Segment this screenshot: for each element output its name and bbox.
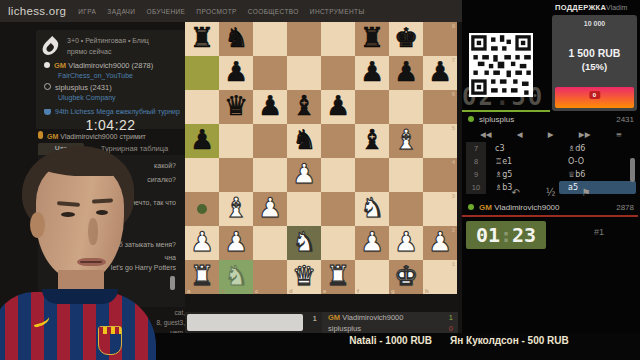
- square-d3[interactable]: [287, 192, 321, 226]
- square-h2[interactable]: ♟2: [423, 226, 457, 260]
- square-g1[interactable]: ♚g: [389, 260, 423, 294]
- square-g2[interactable]: ♟: [389, 226, 423, 260]
- crosstable-score: 1: [449, 312, 453, 323]
- black-pawn[interactable]: ♟: [253, 89, 287, 123]
- move-black[interactable]: ♕b6: [559, 168, 636, 181]
- square-g7[interactable]: ♟: [389, 56, 423, 90]
- square-e1[interactable]: ♜e: [321, 260, 355, 294]
- coord-rank: 7: [452, 57, 455, 63]
- nav-item-3[interactable]: ПРОСМОТР: [196, 8, 237, 15]
- chat-input[interactable]: [187, 314, 303, 331]
- coord-file: c: [255, 288, 258, 294]
- square-f5[interactable]: ♝: [355, 124, 389, 158]
- square-h5[interactable]: 5: [423, 124, 457, 158]
- square-b2[interactable]: ♟: [219, 226, 253, 260]
- white-pawn[interactable]: ♟: [389, 225, 423, 259]
- player-title: GM: [328, 313, 342, 322]
- white-player-row-right: GM Vladimirovich9000 2878: [462, 201, 638, 215]
- support-user: Vladim: [606, 4, 627, 11]
- support-title: ПОДДЕРЖКА: [555, 3, 606, 12]
- move-white[interactable]: ♖e1: [486, 155, 559, 168]
- black-pawn[interactable]: ♟: [355, 55, 389, 89]
- nav-item-5[interactable]: ИНСТРУМЕНТЫ: [310, 8, 365, 15]
- square-e2[interactable]: [321, 226, 355, 260]
- black-player-name[interactable]: siplusplus (2431): [55, 83, 112, 92]
- chat-message: какой?: [154, 162, 176, 169]
- square-d6[interactable]: ♝: [287, 90, 321, 124]
- move-black[interactable]: ♗d6: [559, 142, 636, 155]
- coord-rank: 8: [452, 23, 455, 29]
- tab-standings[interactable]: Турнирная таблица: [84, 143, 185, 155]
- black-pawn[interactable]: ♟: [321, 89, 355, 123]
- square-c3[interactable]: ♟: [253, 192, 287, 226]
- white-pawn[interactable]: ♟: [355, 225, 389, 259]
- white-rating: 2878: [616, 201, 634, 215]
- white-pawn[interactable]: ♟: [253, 191, 287, 225]
- online-dot: [468, 116, 474, 122]
- move-dest-dot[interactable]: [197, 204, 207, 214]
- square-f7[interactable]: ♟: [355, 56, 389, 90]
- movenav-last-icon[interactable]: ▶▶: [579, 128, 591, 141]
- square-f1[interactable]: f: [355, 260, 389, 294]
- black-pawn[interactable]: ♟: [389, 55, 423, 89]
- square-e3[interactable]: [321, 192, 355, 226]
- square-b8[interactable]: ♞: [219, 22, 253, 56]
- black-player-row: siplusplus (2431): [44, 83, 112, 92]
- black-king[interactable]: ♚: [389, 21, 423, 55]
- online-dot-white: [468, 204, 474, 210]
- white-player-name-right[interactable]: Vladimirovich9000: [494, 203, 559, 212]
- white-bishop[interactable]: ♝: [219, 191, 253, 225]
- coord-file: b: [221, 288, 225, 294]
- top-navbar: lichess.org ИГРАЗАДАЧИОБУЧЕНИЕПРОСМОТРСО…: [0, 0, 462, 22]
- game-actions: ↶½⚑: [466, 186, 636, 200]
- square-d1[interactable]: ♛d: [287, 260, 321, 294]
- stream-frame: lichess.org ИГРАЗАДАЧИОБУЧЕНИЕПРОСМОТРСО…: [0, 0, 640, 360]
- green-separator: [462, 110, 550, 112]
- square-f6[interactable]: [355, 90, 389, 124]
- support-widget: 10 000 1 500 RUB (15%) 0: [552, 15, 637, 111]
- square-g8[interactable]: ♚: [389, 22, 423, 56]
- square-h8[interactable]: 8: [423, 22, 457, 56]
- donation-entry: Natali - 1000 RUB: [349, 335, 432, 346]
- square-g3[interactable]: [389, 192, 423, 226]
- square-a6[interactable]: [185, 90, 219, 124]
- black-queen[interactable]: ♛: [219, 89, 253, 123]
- white-pawn[interactable]: ♟: [185, 225, 219, 259]
- time-control-label: 3+0 • Рейтинговая • Блиц: [67, 37, 149, 44]
- coord-rank: 4: [452, 159, 455, 165]
- crosstable-row: GM Vladimirovich90001: [322, 312, 458, 323]
- crosstable-player[interactable]: siplusplus: [328, 324, 361, 333]
- square-a5[interactable]: ♟: [185, 124, 219, 158]
- chat-message: какой чтоб затыкать меня?: [88, 241, 176, 248]
- square-a2[interactable]: ♟: [185, 226, 219, 260]
- white-player-link[interactable]: FairChess_on_YouTube: [58, 72, 133, 79]
- donations-bar: Natali - 1000 RUBЯн Куколдсон - 500 RUB: [276, 335, 640, 346]
- square-h1[interactable]: h1: [423, 260, 457, 294]
- mic-icon: [38, 131, 43, 139]
- square-a1[interactable]: ♜a: [185, 260, 219, 294]
- coord-file: h: [425, 288, 429, 294]
- nav-item-1[interactable]: ЗАДАЧИ: [107, 8, 135, 15]
- lichess-logo[interactable]: lichess.org: [8, 5, 66, 17]
- game-result: 1: [313, 314, 317, 323]
- black-player-row-right: siplusplus 2431: [462, 113, 638, 127]
- coord-rank: 6: [452, 91, 455, 97]
- square-c4[interactable]: [253, 158, 287, 192]
- chat-tabs: Чат Турнирная таблица: [38, 143, 185, 155]
- square-c5[interactable]: [253, 124, 287, 158]
- coord-file: g: [391, 288, 395, 294]
- move-black[interactable]: O-O: [559, 155, 636, 168]
- square-a3[interactable]: [185, 192, 219, 226]
- square-b3[interactable]: ♝: [219, 192, 253, 226]
- black-rook[interactable]: ♜: [185, 21, 219, 55]
- movenav-menu-icon[interactable]: ≡: [616, 128, 622, 141]
- support-percent: (15%): [552, 61, 637, 72]
- black-knight[interactable]: ♞: [287, 123, 321, 157]
- square-c1[interactable]: c: [253, 260, 287, 294]
- support-goal: 10 000: [552, 20, 637, 27]
- movenav-first-icon[interactable]: ◀◀: [480, 128, 492, 141]
- square-a7[interactable]: [185, 56, 219, 90]
- square-d7[interactable]: [287, 56, 321, 90]
- square-h6[interactable]: 6: [423, 90, 457, 124]
- square-c7[interactable]: [253, 56, 287, 90]
- chat-message: сигалко?: [147, 176, 176, 183]
- square-f2[interactable]: ♟: [355, 226, 389, 260]
- black-pieces-icon: [44, 83, 51, 90]
- black-player-name-right[interactable]: siplusplus: [479, 115, 514, 124]
- black-rating: 2431: [616, 113, 634, 127]
- coord-file: a: [187, 288, 190, 294]
- coord-file: e: [323, 288, 326, 294]
- coord-rank: 5: [452, 125, 455, 131]
- square-g6[interactable]: [389, 90, 423, 124]
- black-bishop[interactable]: ♝: [287, 89, 321, 123]
- square-a4[interactable]: [185, 158, 219, 192]
- white-knight[interactable]: ♞: [287, 225, 321, 259]
- move-nav-bar: ◀◀◀▶▶▶≡: [466, 128, 636, 141]
- square-g4[interactable]: [389, 158, 423, 192]
- move-number: 9: [466, 168, 486, 181]
- movenav-prev-icon[interactable]: ◀: [517, 128, 523, 141]
- square-b7[interactable]: ♟: [219, 56, 253, 90]
- movenav-next-icon[interactable]: ▶: [548, 128, 554, 141]
- coord-rank: 1: [452, 261, 455, 267]
- member-name: 8, guest3,: [38, 318, 185, 328]
- square-e7[interactable]: [321, 56, 355, 90]
- square-b5[interactable]: [219, 124, 253, 158]
- square-c8[interactable]: [253, 22, 287, 56]
- square-f8[interactable]: ♜: [355, 22, 389, 56]
- chat-message: let's go Harry Potters: [111, 264, 176, 271]
- chess-board: ♜♞♜♚8♟♟♟♟7♛♟♝♟6♟♞♝♝5♟4♝♟♞3♟♟♞♟♟♟2♜a♞bc♛d…: [185, 22, 457, 294]
- donation-entry: Ян Куколдсон - 500 RUB: [450, 335, 569, 346]
- square-b1[interactable]: ♞b: [219, 260, 253, 294]
- red-separator: [462, 215, 638, 217]
- coord-file: f: [357, 288, 359, 294]
- chat-message: просил, как нечто, так что: [92, 199, 176, 206]
- white-clock-active: 01:23: [466, 221, 546, 249]
- nav-item-4[interactable]: СООБЩЕСТВО: [248, 8, 299, 15]
- crosstable: GM Vladimirovich90001siplusplus0: [322, 312, 458, 334]
- resign-button[interactable]: ⚑: [582, 186, 591, 200]
- move-white[interactable]: c3: [486, 142, 559, 155]
- coord-file: d: [289, 288, 293, 294]
- square-e6[interactable]: ♟: [321, 90, 355, 124]
- square-a8[interactable]: ♜: [185, 22, 219, 56]
- support-amount: 1 500 RUB: [552, 47, 637, 59]
- black-bishop[interactable]: ♝: [355, 123, 389, 157]
- white-pawn[interactable]: ♟: [287, 157, 321, 191]
- square-b4[interactable]: [219, 158, 253, 192]
- white-title: GM: [54, 61, 66, 70]
- move-number: 7: [466, 142, 486, 155]
- move-list-scrollbar[interactable]: [630, 158, 635, 182]
- white-player-row: GM Vladimirovich9000 (2878): [44, 61, 153, 70]
- white-knight[interactable]: ♞: [355, 191, 389, 225]
- chat-scrollbar[interactable]: [170, 276, 175, 290]
- square-h7[interactable]: ♟7: [423, 56, 457, 90]
- nav-item-0[interactable]: ИГРА: [78, 8, 96, 15]
- square-d4[interactable]: ♟: [287, 158, 321, 192]
- takeback-button[interactable]: ↶: [511, 186, 519, 200]
- black-rook[interactable]: ♜: [355, 21, 389, 55]
- black-knight[interactable]: ♞: [219, 21, 253, 55]
- white-bishop[interactable]: ♝: [389, 123, 423, 157]
- support-progress-bar: 0: [555, 87, 634, 108]
- black-player-link[interactable]: Ulugbek Company: [58, 94, 116, 101]
- square-e5[interactable]: [321, 124, 355, 158]
- square-c6[interactable]: ♟: [253, 90, 287, 124]
- tab-chat[interactable]: Чат: [38, 143, 84, 155]
- square-h4[interactable]: 4: [423, 158, 457, 192]
- tournament-rank: #1: [594, 227, 604, 237]
- streamer-row[interactable]: GM Vladimirovich9000 стримит: [38, 131, 146, 140]
- nav-item-2[interactable]: ОБУЧЕНИЕ: [146, 8, 185, 15]
- black-pawn[interactable]: ♟: [185, 123, 219, 157]
- square-g5[interactable]: ♝: [389, 124, 423, 158]
- square-b6[interactable]: ♛: [219, 90, 253, 124]
- black-pawn[interactable]: ♟: [219, 55, 253, 89]
- move-number: 8: [466, 155, 486, 168]
- square-d2[interactable]: ♞: [287, 226, 321, 260]
- square-h3[interactable]: 3: [423, 192, 457, 226]
- draw-button[interactable]: ½: [546, 186, 556, 200]
- coord-rank: 2: [452, 227, 455, 233]
- square-d5[interactable]: ♞: [287, 124, 321, 158]
- member-name: cat,: [38, 308, 185, 318]
- blitz-flame-icon: [40, 36, 62, 58]
- square-e4[interactable]: [321, 158, 355, 192]
- square-e8[interactable]: [321, 22, 355, 56]
- move-white[interactable]: ♗g5: [486, 168, 559, 181]
- chat-message: чна: [165, 254, 176, 261]
- square-d8[interactable]: [287, 22, 321, 56]
- support-bar-badge: 0: [589, 91, 600, 99]
- game-status-label: прямо сейчас: [67, 48, 111, 55]
- square-f4[interactable]: [355, 158, 389, 192]
- nav-menu: ИГРАЗАДАЧИОБУЧЕНИЕПРОСМОТРСООБЩЕСТВОИНСТ…: [78, 8, 364, 15]
- crosstable-player[interactable]: Vladimirovich9000: [342, 313, 403, 322]
- white-player-name[interactable]: Vladimirovich9000 (2878): [68, 61, 153, 70]
- trophy-icon: [44, 109, 51, 115]
- square-f3[interactable]: ♞: [355, 192, 389, 226]
- white-pieces-icon: [44, 62, 50, 68]
- coord-rank: 3: [452, 193, 455, 199]
- qr-code: [469, 33, 533, 97]
- square-c2[interactable]: [253, 226, 287, 260]
- white-pawn[interactable]: ♟: [219, 225, 253, 259]
- tournament-link[interactable]: 94th Lichess Mega ежеклубный турнир: [44, 108, 180, 115]
- chat-messages: какой?сигалко?просил, как нечто, так что…: [38, 155, 185, 307]
- game-info-panel: 3+0 • Рейтинговая • Блиц прямо сейчас GM…: [36, 30, 185, 129]
